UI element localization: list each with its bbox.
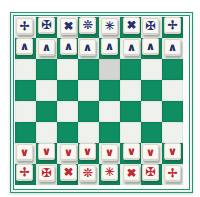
bishop-symbol: ✖ [126, 166, 136, 181]
piece-blue-rook[interactable]: ✢ [164, 17, 181, 34]
square-h3[interactable] [162, 122, 183, 143]
square-h4[interactable] [162, 101, 183, 122]
square-h2[interactable]: ∨ [162, 143, 183, 164]
square-a6[interactable] [15, 59, 36, 80]
piece-red-pawn[interactable]: ∨ [16, 144, 33, 161]
piece-red-knight[interactable]: ✠ [38, 165, 55, 182]
piece-red-bishop[interactable]: ✖ [123, 165, 140, 182]
square-f2[interactable]: ∨ [120, 143, 141, 164]
rook-symbol: ✢ [19, 19, 29, 34]
piece-blue-pawn[interactable]: ∧ [123, 39, 140, 56]
rook-symbol: ✢ [167, 18, 177, 33]
king-symbol: ✳ [104, 165, 114, 180]
piece-blue-bishop[interactable]: ✖ [123, 17, 140, 34]
knight-symbol: ✠ [145, 19, 155, 34]
square-g5[interactable] [141, 80, 162, 101]
piece-red-pawn[interactable]: ∨ [123, 143, 140, 160]
square-d1[interactable]: ❊ [78, 164, 99, 185]
square-a7[interactable]: ∧ [15, 38, 36, 59]
piece-red-bishop[interactable]: ✖ [60, 164, 77, 181]
queen-symbol: ❊ [82, 18, 92, 33]
pawn-symbol: ∧ [20, 39, 29, 54]
pawn-symbol: ∨ [146, 145, 155, 160]
square-b7[interactable]: ∧ [36, 38, 57, 59]
square-g1[interactable]: ✠ [141, 164, 162, 185]
square-h5[interactable] [162, 80, 183, 101]
pawn-symbol: ∧ [83, 40, 92, 55]
square-f5[interactable] [120, 80, 141, 101]
square-f4[interactable] [120, 101, 141, 122]
pawn-symbol: ∨ [105, 145, 114, 160]
square-d6[interactable] [78, 59, 99, 80]
square-b6[interactable] [36, 59, 57, 80]
square-e8[interactable]: ✳ [99, 17, 120, 38]
square-c8[interactable]: ✖ [57, 17, 78, 38]
chess-board-cloth: ✢✠✖❊✳✖✠✢∧∧∧∧∧∧∧∧∨∨∨∨∨∨∨∨✢✠✖❊✳✖✠✢ [10, 12, 193, 193]
square-c7[interactable]: ∧ [57, 38, 78, 59]
piece-red-king[interactable]: ✳ [101, 164, 118, 181]
pawn-symbol: ∨ [20, 145, 29, 160]
square-c1[interactable]: ✖ [57, 164, 78, 185]
square-a3[interactable] [15, 122, 36, 143]
square-f7[interactable]: ∧ [120, 38, 141, 59]
board-photo: ✢✠✖❊✳✖✠✢∧∧∧∧∧∧∧∧∨∨∨∨∨∨∨∨✢✠✖❊✳✖✠✢ [0, 0, 200, 197]
square-d8[interactable]: ❊ [78, 17, 99, 38]
square-g2[interactable]: ∨ [141, 143, 162, 164]
board-grid: ✢✠✖❊✳✖✠✢∧∧∧∧∧∧∧∧∨∨∨∨∨∨∨∨✢✠✖❊✳✖✠✢ [15, 17, 183, 185]
square-d4[interactable] [78, 101, 99, 122]
square-e3[interactable] [99, 122, 120, 143]
square-f1[interactable]: ✖ [120, 164, 141, 185]
pawn-symbol: ∧ [168, 40, 177, 55]
piece-blue-knight[interactable]: ✠ [142, 18, 159, 35]
pawn-symbol: ∨ [168, 144, 177, 159]
knight-symbol: ✠ [41, 18, 51, 33]
square-g8[interactable]: ✠ [141, 17, 162, 38]
rook-symbol: ✢ [19, 165, 29, 180]
square-g3[interactable] [141, 122, 162, 143]
piece-red-rook[interactable]: ✢ [16, 164, 33, 181]
pawn-symbol: ∨ [83, 144, 92, 159]
pawn-symbol: ∧ [64, 39, 73, 54]
square-b4[interactable] [36, 101, 57, 122]
square-a1[interactable]: ✢ [15, 164, 36, 185]
piece-red-rook[interactable]: ✢ [164, 165, 181, 182]
piece-blue-rook[interactable]: ✢ [16, 18, 33, 35]
pawn-symbol: ∨ [42, 144, 51, 159]
square-e5[interactable] [99, 80, 120, 101]
piece-red-pawn[interactable]: ∨ [60, 144, 77, 161]
square-d7[interactable]: ∧ [78, 38, 99, 59]
piece-blue-queen[interactable]: ❊ [79, 17, 96, 34]
square-c3[interactable] [57, 122, 78, 143]
square-a4[interactable] [15, 101, 36, 122]
square-e4[interactable] [99, 101, 120, 122]
square-g7[interactable]: ∧ [141, 38, 162, 59]
piece-blue-pawn[interactable]: ∧ [101, 38, 118, 55]
square-e7[interactable]: ∧ [99, 38, 120, 59]
square-h8[interactable]: ✢ [162, 17, 183, 38]
piece-blue-bishop[interactable]: ✖ [60, 18, 77, 35]
square-b8[interactable]: ✠ [36, 17, 57, 38]
rook-symbol: ✢ [167, 166, 177, 181]
square-a2[interactable]: ∨ [15, 143, 36, 164]
square-f8[interactable]: ✖ [120, 17, 141, 38]
square-c2[interactable]: ∨ [57, 143, 78, 164]
piece-blue-pawn[interactable]: ∧ [164, 39, 181, 56]
square-f3[interactable] [120, 122, 141, 143]
square-e6[interactable] [99, 59, 120, 80]
piece-red-pawn[interactable]: ∨ [142, 144, 159, 161]
bishop-symbol: ✖ [63, 19, 73, 34]
piece-red-knight[interactable]: ✠ [142, 164, 159, 181]
square-a5[interactable] [15, 80, 36, 101]
pawn-symbol: ∨ [64, 145, 73, 160]
piece-red-pawn[interactable]: ∨ [38, 143, 55, 160]
square-d5[interactable] [78, 80, 99, 101]
pawn-symbol: ∨ [127, 144, 136, 159]
square-e1[interactable]: ✳ [99, 164, 120, 185]
square-b3[interactable] [36, 122, 57, 143]
square-g6[interactable] [141, 59, 162, 80]
piece-blue-pawn[interactable]: ∧ [60, 38, 77, 55]
queen-symbol: ❊ [82, 166, 92, 181]
piece-blue-pawn[interactable]: ∧ [16, 38, 33, 55]
piece-red-pawn[interactable]: ∨ [164, 143, 181, 160]
piece-red-pawn[interactable]: ∨ [79, 143, 96, 160]
square-d2[interactable]: ∨ [78, 143, 99, 164]
pawn-symbol: ∧ [105, 39, 114, 54]
piece-blue-pawn[interactable]: ∧ [38, 39, 55, 56]
square-d3[interactable] [78, 122, 99, 143]
king-symbol: ✳ [104, 19, 114, 34]
square-f6[interactable] [120, 59, 141, 80]
piece-blue-knight[interactable]: ✠ [38, 17, 55, 34]
square-g4[interactable] [141, 101, 162, 122]
square-h6[interactable] [162, 59, 183, 80]
piece-blue-king[interactable]: ✳ [101, 18, 118, 35]
bishop-symbol: ✖ [63, 165, 73, 180]
square-b2[interactable]: ∨ [36, 143, 57, 164]
piece-blue-pawn[interactable]: ∧ [142, 38, 159, 55]
square-e2[interactable]: ∨ [99, 143, 120, 164]
square-b5[interactable] [36, 80, 57, 101]
piece-blue-pawn[interactable]: ∧ [79, 39, 96, 56]
pawn-symbol: ∧ [146, 39, 155, 54]
square-c4[interactable] [57, 101, 78, 122]
square-a8[interactable]: ✢ [15, 17, 36, 38]
knight-symbol: ✠ [145, 165, 155, 180]
square-h7[interactable]: ∧ [162, 38, 183, 59]
bishop-symbol: ✖ [126, 18, 136, 33]
square-b1[interactable]: ✠ [36, 164, 57, 185]
pawn-symbol: ∧ [127, 40, 136, 55]
piece-red-pawn[interactable]: ∨ [101, 144, 118, 161]
piece-red-queen[interactable]: ❊ [79, 165, 96, 182]
knight-symbol: ✠ [41, 166, 51, 181]
square-h1[interactable]: ✢ [162, 164, 183, 185]
square-c5[interactable] [57, 80, 78, 101]
pawn-symbol: ∧ [42, 40, 51, 55]
square-c6[interactable] [57, 59, 78, 80]
